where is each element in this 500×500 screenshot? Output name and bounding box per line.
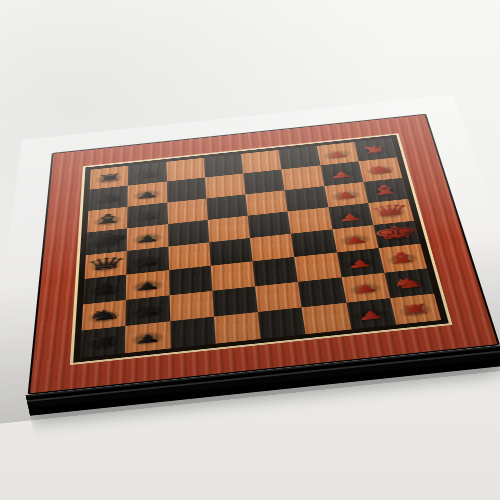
square-d3[interactable] [291,229,336,257]
red-pawn[interactable]: ♟ [355,309,386,322]
black-pawn[interactable]: ♟ [133,332,162,346]
square-d5[interactable] [209,238,252,266]
perspective-wrapper: ♜♟♟♜♞♟♟♞♝♟♟♝♚♟♟♛♛♟♟♚♝♟♟♝♞♟♟♞♜♟♟♜ [19,7,481,469]
black-pawn[interactable]: ♟ [134,280,162,293]
piece-shadow [391,277,427,293]
red-bishop[interactable]: ♝ [381,249,424,267]
piece-shadow [87,308,121,324]
square-d8[interactable]: ♛ [85,251,127,279]
square-c3[interactable] [294,253,341,282]
black-pawn[interactable]: ♟ [134,233,161,245]
square-c2[interactable]: ♟ [336,248,384,277]
square-a1[interactable]: ♜ [390,293,441,324]
square-b6[interactable] [169,291,214,322]
red-pawn[interactable]: ♟ [336,212,364,223]
red-bishop[interactable]: ♝ [365,182,405,198]
black-rook[interactable]: ♜ [94,172,124,184]
piece-shadow [89,283,122,298]
black-bishop[interactable]: ♝ [89,211,127,227]
square-b5[interactable] [212,286,258,316]
red-pawn[interactable]: ♟ [345,258,375,270]
red-pawn[interactable]: ♟ [332,190,360,201]
piece-shadow [131,279,164,294]
field-border: ♜♟♟♜♞♟♟♞♝♟♟♝♚♟♟♛♛♟♟♚♝♟♟♝♞♟♟♞♜♟♟♜ [73,135,449,363]
red-pawn[interactable]: ♟ [324,150,350,160]
square-c6[interactable] [169,266,213,295]
square-a3[interactable] [302,303,351,335]
black-pawn[interactable]: ♟ [134,211,160,222]
square-c5[interactable] [210,261,255,290]
piece-shadow [353,307,390,323]
piece-shadow [131,330,165,347]
black-king[interactable]: ♚ [83,229,131,250]
black-rook[interactable]: ♜ [85,334,120,350]
square-a4[interactable] [258,307,306,339]
square-d1[interactable]: ♚ [373,221,420,248]
square-a7[interactable]: ♟ [125,321,170,353]
piece-shadow [131,304,164,320]
black-knight[interactable]: ♞ [91,191,125,205]
piece-shadow [86,335,120,352]
square-a5[interactable] [214,312,261,344]
red-queen[interactable]: ♛ [368,202,414,220]
red-pawn[interactable]: ♟ [328,170,355,181]
piece-shadow [385,252,420,267]
piece-shadow [348,281,384,297]
square-d4[interactable] [250,234,294,262]
square-a2[interactable]: ♟ [346,298,396,329]
square-a8[interactable]: ♜ [80,326,126,358]
square-b2[interactable]: ♟ [341,273,390,303]
red-knight[interactable]: ♞ [388,274,429,291]
black-bishop[interactable]: ♝ [85,280,125,298]
red-rook[interactable]: ♜ [359,144,391,156]
square-a6[interactable] [170,317,216,349]
square-d6[interactable] [168,242,211,270]
square-d7[interactable]: ♟ [127,247,169,275]
black-pawn[interactable]: ♟ [135,190,160,201]
red-pawn[interactable]: ♟ [350,283,380,296]
board-grid[interactable]: ♜♟♟♜♞♟♟♞♝♟♟♝♚♟♟♛♛♟♟♚♝♟♟♝♞♟♟♞♜♟♟♜ [80,138,441,358]
square-b8[interactable]: ♞ [82,300,126,331]
black-knight[interactable]: ♞ [85,306,123,323]
red-rook[interactable]: ♜ [396,302,434,318]
square-c4[interactable] [252,257,298,286]
square-c1[interactable]: ♝ [378,244,427,273]
black-pawn[interactable]: ♟ [135,170,160,180]
red-pawn[interactable]: ♟ [341,234,370,246]
square-b1[interactable]: ♞ [384,268,434,298]
black-queen[interactable]: ♛ [84,254,128,273]
square-c8[interactable]: ♝ [83,275,126,304]
square-b4[interactable] [255,282,302,312]
black-pawn[interactable]: ♟ [133,305,162,318]
square-b7[interactable]: ♟ [126,295,170,326]
piece-shadow [343,256,378,271]
black-pawn[interactable]: ♟ [134,256,161,268]
chess-board[interactable]: ♜♟♟♜♞♟♟♞♝♟♟♝♚♟♟♛♛♟♟♚♝♟♟♝♞♟♟♞♜♟♟♜ [28,114,500,395]
square-c7[interactable]: ♟ [126,270,169,299]
square-b3[interactable] [298,277,346,307]
maple-inlay-line: ♜♟♟♜♞♟♟♞♝♟♟♝♚♟♟♛♛♟♟♚♝♟♟♝♞♟♟♞♜♟♟♜ [70,133,453,365]
red-knight[interactable]: ♞ [362,163,398,177]
piece-shadow [397,302,434,318]
red-king[interactable]: ♚ [370,222,423,243]
